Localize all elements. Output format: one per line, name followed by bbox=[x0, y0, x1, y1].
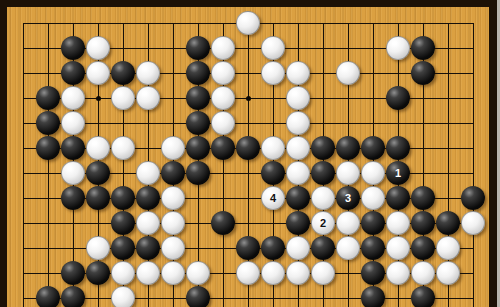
stone-black bbox=[261, 161, 285, 185]
stone-black bbox=[311, 236, 335, 260]
stone-black bbox=[136, 236, 160, 260]
stone-black bbox=[286, 211, 310, 235]
stone-white bbox=[211, 86, 235, 110]
stone-white bbox=[261, 61, 285, 85]
go-board-screenshot: 1432 bbox=[0, 0, 500, 307]
move-number-label: 3 bbox=[345, 193, 351, 204]
stone-black bbox=[36, 86, 60, 110]
stone-white bbox=[361, 186, 385, 210]
stone-black bbox=[61, 261, 85, 285]
stone-white bbox=[86, 36, 110, 60]
stone-white: 2 bbox=[311, 211, 335, 235]
stone-white bbox=[211, 36, 235, 60]
stone-white bbox=[411, 261, 435, 285]
stone-white bbox=[236, 11, 260, 35]
grid-line-vertical bbox=[473, 23, 474, 307]
stone-white bbox=[436, 261, 460, 285]
stone-black: 1 bbox=[386, 161, 410, 185]
stone-white bbox=[211, 61, 235, 85]
board-edge-top bbox=[0, 0, 500, 7]
stone-white bbox=[336, 161, 360, 185]
board-edge-right bbox=[489, 0, 497, 307]
stone-black bbox=[111, 61, 135, 85]
stone-black bbox=[311, 136, 335, 160]
stone-white bbox=[161, 261, 185, 285]
stone-white bbox=[311, 261, 335, 285]
stone-white bbox=[136, 211, 160, 235]
stone-white bbox=[336, 236, 360, 260]
stone-white bbox=[261, 261, 285, 285]
stone-white bbox=[61, 161, 85, 185]
stone-black bbox=[86, 161, 110, 185]
stone-black bbox=[236, 136, 260, 160]
stone-black bbox=[36, 136, 60, 160]
stone-black bbox=[111, 211, 135, 235]
stone-white bbox=[211, 111, 235, 135]
stone-black bbox=[211, 211, 235, 235]
move-number-label: 2 bbox=[320, 218, 326, 229]
stone-white bbox=[186, 261, 210, 285]
stone-white bbox=[136, 61, 160, 85]
stone-black bbox=[61, 61, 85, 85]
stone-white bbox=[311, 186, 335, 210]
stone-black bbox=[36, 111, 60, 135]
stone-black bbox=[461, 186, 485, 210]
stone-white bbox=[386, 261, 410, 285]
stone-black bbox=[86, 261, 110, 285]
stone-black bbox=[386, 186, 410, 210]
stone-black bbox=[136, 186, 160, 210]
stone-white bbox=[286, 161, 310, 185]
stone-black bbox=[386, 86, 410, 110]
stone-black bbox=[211, 136, 235, 160]
stone-white bbox=[161, 211, 185, 235]
stone-white bbox=[461, 211, 485, 235]
stone-black bbox=[411, 61, 435, 85]
stone-black bbox=[36, 286, 60, 307]
stone-black bbox=[111, 186, 135, 210]
stone-white bbox=[286, 111, 310, 135]
stone-white bbox=[111, 86, 135, 110]
stone-black bbox=[361, 261, 385, 285]
stone-white bbox=[61, 111, 85, 135]
star-point bbox=[96, 96, 101, 101]
stone-white bbox=[161, 186, 185, 210]
stone-black bbox=[186, 36, 210, 60]
stone-white bbox=[436, 236, 460, 260]
stone-black bbox=[186, 61, 210, 85]
stone-white bbox=[161, 236, 185, 260]
stone-black bbox=[411, 286, 435, 307]
stone-white bbox=[361, 161, 385, 185]
stone-white bbox=[86, 61, 110, 85]
stone-black bbox=[361, 236, 385, 260]
stone-white bbox=[286, 136, 310, 160]
star-point bbox=[246, 96, 251, 101]
stone-white bbox=[136, 261, 160, 285]
stone-black bbox=[61, 286, 85, 307]
grid-line-horizontal bbox=[23, 298, 474, 299]
stone-black bbox=[411, 36, 435, 60]
board-edge-left bbox=[0, 0, 7, 307]
stone-white bbox=[336, 61, 360, 85]
stone-black bbox=[61, 136, 85, 160]
stone-white bbox=[61, 86, 85, 110]
stone-white: 4 bbox=[261, 186, 285, 210]
stone-white bbox=[386, 36, 410, 60]
stone-white bbox=[386, 211, 410, 235]
stone-white bbox=[136, 161, 160, 185]
move-number-label: 1 bbox=[395, 168, 401, 179]
stone-white bbox=[286, 86, 310, 110]
stone-white bbox=[286, 261, 310, 285]
stone-black bbox=[361, 286, 385, 307]
stone-white bbox=[336, 211, 360, 235]
stone-black bbox=[361, 211, 385, 235]
stone-white bbox=[86, 136, 110, 160]
stone-white bbox=[161, 136, 185, 160]
stone-black bbox=[436, 211, 460, 235]
stone-white bbox=[286, 61, 310, 85]
stone-black bbox=[111, 236, 135, 260]
stone-white bbox=[111, 261, 135, 285]
stone-white bbox=[111, 286, 135, 307]
stone-black bbox=[186, 136, 210, 160]
stone-white bbox=[261, 36, 285, 60]
stone-black bbox=[411, 236, 435, 260]
stone-black bbox=[186, 161, 210, 185]
stone-white bbox=[236, 261, 260, 285]
stone-black bbox=[411, 186, 435, 210]
stone-white bbox=[261, 136, 285, 160]
stone-black bbox=[261, 236, 285, 260]
grid-line-horizontal bbox=[23, 123, 474, 124]
stone-black bbox=[311, 161, 335, 185]
stone-black bbox=[186, 286, 210, 307]
stone-black: 3 bbox=[336, 186, 360, 210]
stone-black bbox=[161, 161, 185, 185]
stone-white bbox=[286, 236, 310, 260]
stone-black bbox=[236, 236, 260, 260]
stone-black bbox=[61, 36, 85, 60]
stone-black bbox=[361, 136, 385, 160]
go-board[interactable]: 1432 bbox=[0, 0, 500, 307]
grid-line-vertical bbox=[48, 23, 49, 307]
stone-white bbox=[86, 236, 110, 260]
stone-black bbox=[411, 211, 435, 235]
stone-black bbox=[386, 136, 410, 160]
stone-black bbox=[61, 186, 85, 210]
stone-white bbox=[136, 86, 160, 110]
stone-black bbox=[186, 86, 210, 110]
stone-black bbox=[186, 111, 210, 135]
stone-black bbox=[336, 136, 360, 160]
stone-black bbox=[286, 186, 310, 210]
stone-white bbox=[111, 136, 135, 160]
stone-black bbox=[86, 186, 110, 210]
stone-white bbox=[386, 236, 410, 260]
grid-line-vertical bbox=[23, 23, 24, 307]
move-number-label: 4 bbox=[270, 193, 276, 204]
